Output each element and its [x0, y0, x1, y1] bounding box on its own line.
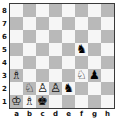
square-d6[interactable]	[49, 30, 62, 43]
square-c8[interactable]	[36, 4, 49, 17]
square-c1[interactable]: ♚	[36, 95, 49, 108]
file-label-b: b	[23, 109, 36, 118]
rank-label-7: 7	[0, 17, 9, 30]
piece-white-pawn[interactable]: ♙	[50, 82, 61, 95]
square-h5[interactable]	[101, 43, 114, 56]
piece-white-bishop[interactable]: ♗	[11, 69, 22, 82]
chess-board[interactable]: ♞♗♘♟♘♙♙♞♔♗♚	[9, 3, 115, 109]
square-g1[interactable]	[88, 95, 101, 108]
square-g5[interactable]	[88, 43, 101, 56]
square-h2[interactable]	[101, 82, 114, 95]
square-d8[interactable]	[49, 4, 62, 17]
square-a8[interactable]	[10, 4, 23, 17]
square-e5[interactable]	[62, 43, 75, 56]
piece-white-knight[interactable]: ♘	[76, 69, 87, 82]
square-h7[interactable]	[101, 17, 114, 30]
square-b5[interactable]	[23, 43, 36, 56]
square-d2[interactable]: ♙	[49, 82, 62, 95]
square-b4[interactable]	[23, 56, 36, 69]
file-label-h: h	[101, 109, 114, 118]
piece-black-knight[interactable]: ♞	[76, 43, 87, 56]
rank-label-1: 1	[0, 95, 9, 108]
square-d4[interactable]	[49, 56, 62, 69]
square-d7[interactable]	[49, 17, 62, 30]
square-e2[interactable]: ♞	[62, 82, 75, 95]
square-a7[interactable]	[10, 17, 23, 30]
rank-label-5: 5	[0, 43, 9, 56]
square-b8[interactable]	[23, 4, 36, 17]
file-label-g: g	[88, 109, 101, 118]
square-d5[interactable]	[49, 43, 62, 56]
square-g3[interactable]: ♟	[88, 69, 101, 82]
square-b1[interactable]: ♗	[23, 95, 36, 108]
rank-label-3: 3	[0, 69, 9, 82]
square-c4[interactable]	[36, 56, 49, 69]
square-c6[interactable]	[36, 30, 49, 43]
rank-label-6: 6	[0, 30, 9, 43]
square-f2[interactable]	[75, 82, 88, 95]
square-c7[interactable]	[36, 17, 49, 30]
file-label-d: d	[49, 109, 62, 118]
file-label-c: c	[36, 109, 49, 118]
square-a6[interactable]	[10, 30, 23, 43]
square-g8[interactable]	[88, 4, 101, 17]
square-f3[interactable]: ♘	[75, 69, 88, 82]
square-h8[interactable]	[101, 4, 114, 17]
square-e6[interactable]	[62, 30, 75, 43]
square-f5[interactable]: ♞	[75, 43, 88, 56]
square-f8[interactable]	[75, 4, 88, 17]
file-labels: abcdefgh	[10, 109, 114, 118]
square-a3[interactable]: ♗	[10, 69, 23, 82]
rank-label-8: 8	[0, 4, 9, 17]
square-h3[interactable]	[101, 69, 114, 82]
square-d1[interactable]	[49, 95, 62, 108]
square-a5[interactable]	[10, 43, 23, 56]
square-g7[interactable]	[88, 17, 101, 30]
piece-black-king[interactable]: ♚	[37, 95, 48, 108]
chess-diagram: 87654321 ♞♗♘♟♘♙♙♞♔♗♚ abcdefgh	[0, 0, 118, 118]
rank-label-4: 4	[0, 56, 9, 69]
square-g6[interactable]	[88, 30, 101, 43]
square-e1[interactable]	[62, 95, 75, 108]
rank-label-2: 2	[0, 82, 9, 95]
square-h6[interactable]	[101, 30, 114, 43]
file-label-a: a	[10, 109, 23, 118]
square-a1[interactable]: ♔	[10, 95, 23, 108]
square-e4[interactable]	[62, 56, 75, 69]
square-f1[interactable]	[75, 95, 88, 108]
piece-white-king[interactable]: ♔	[11, 95, 22, 108]
file-label-e: e	[62, 109, 75, 118]
square-g2[interactable]	[88, 82, 101, 95]
square-b6[interactable]	[23, 30, 36, 43]
file-label-f: f	[75, 109, 88, 118]
piece-black-pawn[interactable]: ♟	[89, 69, 100, 82]
square-f7[interactable]	[75, 17, 88, 30]
square-b7[interactable]	[23, 17, 36, 30]
square-c5[interactable]	[36, 43, 49, 56]
square-e8[interactable]	[62, 4, 75, 17]
square-e7[interactable]	[62, 17, 75, 30]
square-h1[interactable]	[101, 95, 114, 108]
piece-black-knight[interactable]: ♞	[63, 82, 74, 95]
piece-white-bishop[interactable]: ♗	[24, 95, 35, 108]
rank-labels: 87654321	[0, 4, 9, 108]
square-h4[interactable]	[101, 56, 114, 69]
